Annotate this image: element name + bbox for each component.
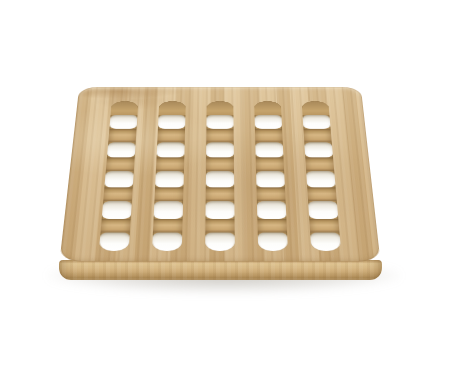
opening [158,115,186,129]
opening [206,142,234,157]
opening [303,115,331,129]
opening [109,115,137,129]
slot-column-2 [152,101,186,251]
crossbar [256,157,284,171]
crossbar [257,187,286,201]
crossbar [305,157,334,171]
crossbar [206,187,235,201]
slot-column-1 [99,101,138,251]
slot-column-4 [254,101,288,251]
opening [310,233,341,252]
opening [206,115,233,129]
opening [157,142,185,157]
crossbar [307,187,337,201]
crossbar [156,157,184,171]
opening [107,142,136,157]
opening [102,201,132,219]
inner-wall [254,101,281,115]
crossbar [108,129,136,143]
crossbar [103,187,133,201]
opening [206,171,234,187]
opening [304,142,333,157]
crossbar [303,129,331,143]
opening [155,171,184,187]
opening [258,233,288,252]
crossbar [206,129,233,143]
perspective-wrapper [60,87,381,262]
inner-wall [111,101,139,115]
opening [205,233,235,252]
inner-wall [159,101,186,115]
inner-wall [302,101,330,115]
slot-column-5 [302,101,341,251]
crossbar [157,129,185,143]
crossbar [206,157,234,171]
opening [257,201,287,219]
opening [104,171,133,187]
trivet-front-edge [59,260,382,280]
product-photo [0,0,450,372]
crossbar [257,219,287,233]
opening [306,171,335,187]
crossbar [205,219,234,233]
crossbar [106,157,135,171]
opening [308,201,338,219]
crossbar [154,187,183,201]
crossbar [153,219,183,233]
crossbar [255,129,283,143]
crossbar [101,219,131,233]
opening [255,115,283,129]
opening [99,233,130,252]
trivet-top-face [60,87,381,262]
opening [205,201,234,219]
opening [154,201,184,219]
opening [255,142,283,157]
slot-column-3 [205,101,235,251]
crossbar [309,219,339,233]
opening [256,171,285,187]
opening [152,233,182,252]
inner-wall [207,101,234,115]
